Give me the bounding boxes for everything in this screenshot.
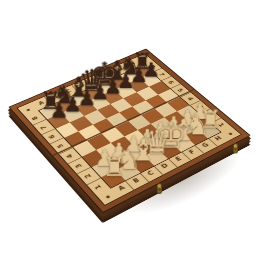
product-photo: ABCDEFGH ABCDEFGH 87654321 87654321 ◆ ◆ … — [0, 0, 265, 265]
scene: ABCDEFGH ABCDEFGH 87654321 87654321 ◆ ◆ … — [0, 0, 265, 265]
piece-black-pawn-a7[interactable]: ♟ — [50, 102, 69, 122]
brass-clasp-right — [233, 143, 238, 153]
brass-clasp-left — [156, 183, 161, 194]
chess-board: ABCDEFGH ABCDEFGH 87654321 87654321 ◆ ◆ … — [8, 49, 250, 214]
piece-white-rook-a1[interactable]: ♜ — [103, 155, 126, 180]
board-face: ABCDEFGH ABCDEFGH 87654321 87654321 ◆ ◆ … — [8, 49, 250, 214]
